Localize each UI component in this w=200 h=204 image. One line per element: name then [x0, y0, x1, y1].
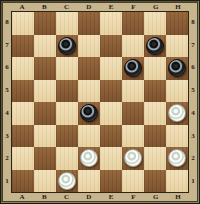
square-f8[interactable]: [122, 12, 144, 35]
rank-label-2: 2: [3, 148, 11, 171]
square-e8[interactable]: [100, 12, 122, 35]
file-label-e: E: [100, 3, 122, 11]
square-d7[interactable]: [78, 35, 100, 58]
square-c5[interactable]: [56, 80, 78, 103]
square-b1[interactable]: [34, 170, 56, 193]
square-b5[interactable]: [34, 80, 56, 103]
square-h3[interactable]: [166, 125, 188, 148]
square-f5[interactable]: [122, 80, 144, 103]
square-h8[interactable]: [166, 12, 188, 35]
square-h6[interactable]: [166, 57, 188, 80]
file-label-b: B: [33, 193, 55, 201]
square-c7[interactable]: [56, 35, 78, 58]
square-a1[interactable]: [12, 170, 34, 193]
square-d6[interactable]: [78, 57, 100, 80]
square-h1[interactable]: [166, 170, 188, 193]
rank-label-6: 6: [189, 57, 197, 80]
rank-label-6: 6: [3, 57, 11, 80]
rank-label-2: 2: [189, 148, 197, 171]
file-label-g: G: [145, 193, 167, 201]
file-label-b: B: [33, 3, 55, 11]
square-e5[interactable]: [100, 80, 122, 103]
file-label-c: C: [56, 193, 78, 201]
square-d5[interactable]: [78, 80, 100, 103]
file-label-f: F: [122, 193, 144, 201]
file-label-h: H: [167, 193, 189, 201]
corner-bottom-right: [189, 193, 197, 201]
square-b3[interactable]: [34, 125, 56, 148]
square-f1[interactable]: [122, 170, 144, 193]
square-e7[interactable]: [100, 35, 122, 58]
square-f7[interactable]: [122, 35, 144, 58]
rank-labels-left: 87654321: [3, 11, 11, 193]
square-b6[interactable]: [34, 57, 56, 80]
square-g5[interactable]: [144, 80, 166, 103]
square-a5[interactable]: [12, 80, 34, 103]
piece-white-man[interactable]: [124, 149, 142, 167]
file-label-c: C: [56, 3, 78, 11]
square-g4[interactable]: [144, 102, 166, 125]
square-a4[interactable]: [12, 102, 34, 125]
square-f3[interactable]: [122, 125, 144, 148]
square-g6[interactable]: [144, 57, 166, 80]
rank-labels-right: 87654321: [189, 11, 197, 193]
square-g3[interactable]: [144, 125, 166, 148]
square-c2[interactable]: [56, 147, 78, 170]
file-labels-bottom: ABCDEFGH: [11, 193, 189, 201]
square-h4[interactable]: [166, 102, 188, 125]
square-f6[interactable]: [122, 57, 144, 80]
piece-white-man[interactable]: [80, 149, 98, 167]
square-h5[interactable]: [166, 80, 188, 103]
square-a8[interactable]: [12, 12, 34, 35]
rank-label-4: 4: [189, 102, 197, 125]
piece-black-man[interactable]: [168, 59, 186, 77]
corner-top-left: [3, 3, 11, 11]
square-d4[interactable]: [78, 102, 100, 125]
square-d3[interactable]: [78, 125, 100, 148]
square-d8[interactable]: [78, 12, 100, 35]
rank-label-1: 1: [189, 170, 197, 193]
square-b7[interactable]: [34, 35, 56, 58]
rank-label-8: 8: [189, 11, 197, 34]
piece-white-man[interactable]: [168, 149, 186, 167]
square-c6[interactable]: [56, 57, 78, 80]
checkers-board: [11, 11, 189, 193]
square-e3[interactable]: [100, 125, 122, 148]
file-label-g: G: [145, 3, 167, 11]
square-e4[interactable]: [100, 102, 122, 125]
square-e1[interactable]: [100, 170, 122, 193]
rank-label-3: 3: [189, 125, 197, 148]
square-e2[interactable]: [100, 147, 122, 170]
rank-label-7: 7: [3, 34, 11, 57]
file-labels-top: ABCDEFGH: [11, 3, 189, 11]
corner-top-right: [189, 3, 197, 11]
file-label-d: D: [78, 3, 100, 11]
square-a3[interactable]: [12, 125, 34, 148]
file-label-a: A: [11, 193, 33, 201]
square-h7[interactable]: [166, 35, 188, 58]
square-b4[interactable]: [34, 102, 56, 125]
square-d2[interactable]: [78, 147, 100, 170]
square-f4[interactable]: [122, 102, 144, 125]
square-e6[interactable]: [100, 57, 122, 80]
piece-white-man[interactable]: [168, 104, 186, 122]
piece-black-man[interactable]: [146, 37, 164, 55]
board-inner: ABCDEFGH 87654321 87654321 ABCDEFGH: [3, 3, 197, 201]
square-c3[interactable]: [56, 125, 78, 148]
rank-label-1: 1: [3, 170, 11, 193]
rank-label-7: 7: [189, 34, 197, 57]
square-h2[interactable]: [166, 147, 188, 170]
rank-label-5: 5: [3, 79, 11, 102]
square-c8[interactable]: [56, 12, 78, 35]
file-label-d: D: [78, 193, 100, 201]
square-a2[interactable]: [12, 147, 34, 170]
piece-black-man[interactable]: [124, 59, 142, 77]
square-b8[interactable]: [34, 12, 56, 35]
file-label-e: E: [100, 193, 122, 201]
rank-label-5: 5: [189, 79, 197, 102]
piece-black-man[interactable]: [58, 37, 76, 55]
square-c4[interactable]: [56, 102, 78, 125]
square-d1[interactable]: [78, 170, 100, 193]
rank-label-4: 4: [3, 102, 11, 125]
square-a6[interactable]: [12, 57, 34, 80]
square-b2[interactable]: [34, 147, 56, 170]
file-label-a: A: [11, 3, 33, 11]
rank-label-8: 8: [3, 11, 11, 34]
square-a7[interactable]: [12, 35, 34, 58]
square-c1[interactable]: [56, 170, 78, 193]
piece-white-man[interactable]: [58, 172, 76, 190]
corner-bottom-left: [3, 193, 11, 201]
rank-label-3: 3: [3, 125, 11, 148]
square-f2[interactable]: [122, 147, 144, 170]
piece-black-man[interactable]: [80, 104, 98, 122]
square-g8[interactable]: [144, 12, 166, 35]
file-label-h: H: [167, 3, 189, 11]
square-g2[interactable]: [144, 147, 166, 170]
board-frame: ABCDEFGH 87654321 87654321 ABCDEFGH: [0, 0, 200, 204]
file-label-f: F: [122, 3, 144, 11]
square-g1[interactable]: [144, 170, 166, 193]
square-g7[interactable]: [144, 35, 166, 58]
